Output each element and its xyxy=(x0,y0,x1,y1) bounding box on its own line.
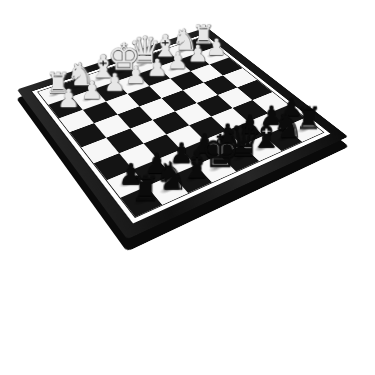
square-e5[interactable] xyxy=(153,111,189,134)
chessboard: ♜♞♝♚♛♝♞♜♟♟♟♟♟♟♟♟♟♟♟♟♟♟♟♟♜♞♝♚♛♝♞♜ xyxy=(17,27,348,239)
board-grid: ♜♞♝♚♛♝♞♜♟♟♟♟♟♟♟♟♟♟♟♟♟♟♟♟♜♞♝♚♛♝♞♜ xyxy=(37,36,324,218)
product-photo-background: ♜♞♝♚♛♝♞♜♟♟♟♟♟♟♟♟♟♟♟♟♟♟♟♟♜♞♝♚♛♝♞♜ xyxy=(0,0,375,375)
